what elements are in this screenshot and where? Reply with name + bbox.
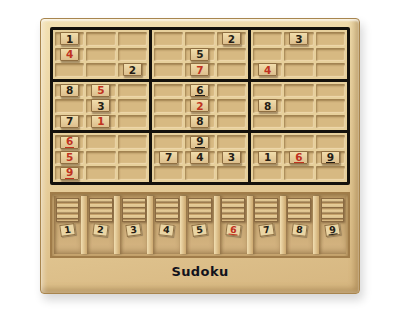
tile-number: 9	[326, 152, 335, 164]
tile-number: 9	[195, 136, 204, 148]
tray-number: 4	[163, 225, 171, 235]
number-tile-4[interactable]: 4	[60, 48, 79, 61]
tray-number: 5	[196, 225, 204, 235]
tray-slot-8[interactable]: 8	[286, 196, 313, 254]
cell-r8c6[interactable]: 3	[217, 151, 246, 165]
cell-r5c1[interactable]	[55, 99, 84, 113]
grid-box-4: 85371	[53, 82, 149, 131]
cell-r2c9[interactable]	[316, 48, 345, 62]
number-tile-4[interactable]: 4	[190, 151, 209, 164]
cell-r8c4[interactable]: 7	[154, 151, 183, 165]
cell-r6c7[interactable]	[253, 115, 282, 129]
cell-r7c8[interactable]	[284, 135, 313, 149]
cell-r7c7[interactable]	[253, 135, 282, 149]
tray-number: 2	[97, 225, 105, 235]
cell-r5c8[interactable]	[284, 99, 313, 113]
cell-r6c4[interactable]	[154, 115, 183, 129]
cell-r5c2[interactable]: 3	[86, 99, 115, 113]
grid-box-1: 142	[53, 30, 149, 79]
number-tile-6[interactable]: 6	[60, 136, 79, 149]
cell-r6c8[interactable]	[284, 115, 313, 129]
stack-number-face: 6	[225, 223, 241, 237]
tray-slot-5[interactable]: 5	[186, 196, 213, 254]
grid-box-9: 169	[251, 133, 347, 182]
cell-r5c6[interactable]	[217, 99, 246, 113]
tile-number: 8	[264, 101, 271, 112]
number-tile-1[interactable]: 1	[60, 32, 79, 45]
number-tile-2[interactable]: 2	[222, 32, 241, 45]
cell-r3c7[interactable]: 4	[253, 63, 282, 77]
tile-number: 2	[196, 101, 203, 112]
cell-r1c3[interactable]	[118, 32, 147, 46]
cell-r8c5[interactable]: 4	[185, 151, 214, 165]
tile-stack[interactable]	[188, 198, 212, 222]
cell-r4c3[interactable]	[118, 84, 147, 98]
number-tile-8[interactable]: 8	[60, 84, 79, 97]
cell-r5c5[interactable]: 2	[185, 99, 214, 113]
tray-slot-6[interactable]: 6	[220, 196, 247, 254]
tile-number: 3	[228, 152, 235, 163]
tile-stack[interactable]	[155, 198, 179, 222]
cell-r4c2[interactable]: 5	[86, 84, 115, 98]
cell-r3c5[interactable]: 7	[185, 63, 214, 77]
number-tile-6[interactable]: 6	[190, 84, 209, 97]
cell-r4c7[interactable]	[253, 84, 282, 98]
cell-r9c4[interactable]	[154, 166, 183, 180]
cell-r3c8[interactable]	[284, 63, 313, 77]
number-tile-9[interactable]: 9	[190, 136, 209, 149]
cell-r7c1[interactable]: 6	[55, 135, 84, 149]
tile-number: 6	[195, 85, 204, 97]
tile-number: 5	[97, 85, 104, 96]
grid-box-8: 9743	[152, 133, 248, 182]
number-tile-9[interactable]: 9	[60, 167, 79, 180]
tray-number: 3	[130, 225, 138, 235]
tile-number: 1	[97, 116, 104, 127]
number-tile-1[interactable]: 1	[258, 151, 277, 164]
number-tile-8[interactable]: 8	[190, 115, 209, 128]
number-tile-2[interactable]: 2	[190, 99, 209, 112]
cell-r3c2[interactable]	[86, 63, 115, 77]
tray-number: 7	[262, 225, 270, 235]
number-tile-5[interactable]: 5	[60, 151, 79, 164]
tile-number: 7	[66, 116, 73, 127]
stack-number-face: 2	[92, 223, 108, 237]
tile-number: 6	[65, 136, 74, 148]
cell-r4c9[interactable]	[316, 84, 345, 98]
tile-number: 7	[165, 152, 172, 163]
cell-r1c8[interactable]: 3	[284, 32, 313, 46]
cell-r9c9[interactable]	[316, 166, 345, 180]
cell-r3c4[interactable]	[154, 63, 183, 77]
tile-stack[interactable]	[254, 198, 278, 222]
tile-stack[interactable]	[221, 198, 245, 222]
tile-number: 5	[196, 49, 203, 60]
tile-number: 1	[66, 34, 73, 45]
tile-number: 7	[196, 65, 203, 76]
cell-r2c3[interactable]	[118, 48, 147, 62]
grid-box-6: 8	[251, 82, 347, 131]
cell-r2c4[interactable]	[154, 48, 183, 62]
cell-r1c9[interactable]	[316, 32, 345, 46]
cell-r3c6[interactable]	[217, 63, 246, 77]
cell-r4c6[interactable]	[217, 84, 246, 98]
number-tile-7[interactable]: 7	[159, 151, 178, 164]
cell-r8c7[interactable]: 1	[253, 151, 282, 165]
tile-number: 3	[97, 101, 104, 112]
number-tile-3[interactable]: 3	[91, 99, 110, 112]
stack-number-face: 1	[59, 223, 76, 237]
grid-box-3: 34	[251, 30, 347, 79]
grid-box-5: 628	[152, 82, 248, 131]
tile-stack[interactable]	[89, 198, 113, 222]
tile-number: 6	[294, 152, 303, 164]
tray-slot-4[interactable]: 4	[153, 196, 180, 254]
cell-r8c9[interactable]: 9	[316, 151, 345, 165]
cell-r3c1[interactable]	[55, 63, 84, 77]
cell-r8c2[interactable]	[86, 151, 115, 165]
tile-number: 8	[66, 85, 73, 96]
number-tile-6[interactable]: 6	[289, 151, 308, 164]
tile-number: 4	[66, 49, 73, 60]
number-tile-1[interactable]: 1	[91, 115, 110, 128]
tile-number: 5	[66, 152, 73, 163]
sudoku-board: 142257348537162886599743169 123456789 Su…	[40, 18, 360, 294]
cell-r9c2[interactable]	[86, 166, 115, 180]
tile-number: 8	[196, 116, 203, 127]
tile-number: 2	[228, 34, 235, 45]
cell-r7c2[interactable]	[86, 135, 115, 149]
tile-stack[interactable]	[56, 198, 80, 222]
tray-number: 8	[295, 225, 303, 235]
cell-r1c6[interactable]: 2	[217, 32, 246, 46]
number-tile-8[interactable]: 8	[258, 99, 277, 112]
cell-r2c1[interactable]: 4	[55, 48, 84, 62]
tray-slot-9[interactable]: 9	[319, 196, 346, 254]
number-tile-7[interactable]: 7	[190, 63, 209, 76]
tray-slot-1[interactable]: 1	[54, 196, 81, 254]
stack-number-face: 4	[159, 223, 175, 237]
cell-r7c3[interactable]	[118, 135, 147, 149]
cell-r9c6[interactable]	[217, 166, 246, 180]
cell-r3c9[interactable]	[316, 63, 345, 77]
stack-number-face: 8	[291, 223, 307, 237]
cell-r1c7[interactable]	[253, 32, 282, 46]
photo-background: 142257348537162886599743169 123456789 Su…	[0, 0, 400, 317]
cell-r9c1[interactable]: 9	[55, 166, 84, 180]
logo-band: Sudoku	[50, 258, 350, 284]
stack-number-face: 9	[324, 223, 341, 237]
cell-r4c1[interactable]: 8	[55, 84, 84, 98]
cell-r1c4[interactable]	[154, 32, 183, 46]
number-tile-5[interactable]: 5	[91, 84, 110, 97]
tile-stack[interactable]	[122, 198, 146, 222]
number-tile-3[interactable]: 3	[222, 151, 241, 164]
cell-r2c7[interactable]	[253, 48, 282, 62]
cell-r6c1[interactable]: 7	[55, 115, 84, 129]
cell-r6c6[interactable]	[217, 115, 246, 129]
cell-r1c1[interactable]: 1	[55, 32, 84, 46]
stack-number-face: 5	[192, 223, 209, 237]
cell-r3c3[interactable]: 2	[118, 63, 147, 77]
cell-r5c3[interactable]	[118, 99, 147, 113]
tray-number: 1	[64, 225, 72, 235]
grid-box-7: 659	[53, 133, 149, 182]
cell-r7c6[interactable]	[217, 135, 246, 149]
number-tile-7[interactable]: 7	[60, 115, 79, 128]
cell-r6c5[interactable]: 8	[185, 115, 214, 129]
cell-r2c8[interactable]	[284, 48, 313, 62]
cell-r6c2[interactable]: 1	[86, 115, 115, 129]
cell-r4c4[interactable]	[154, 84, 183, 98]
cell-r5c7[interactable]: 8	[253, 99, 282, 113]
stack-number-face: 3	[126, 223, 143, 237]
cell-r5c4[interactable]	[154, 99, 183, 113]
tile-number: 3	[295, 34, 302, 45]
number-tile-4[interactable]: 4	[258, 63, 277, 76]
cell-r6c9[interactable]	[316, 115, 345, 129]
cell-r8c1[interactable]: 5	[55, 151, 84, 165]
cell-r9c3[interactable]	[118, 166, 147, 180]
number-tile-5[interactable]: 5	[190, 48, 209, 61]
cell-r9c8[interactable]	[284, 166, 313, 180]
cell-r5c9[interactable]	[316, 99, 345, 113]
cell-r2c2[interactable]	[86, 48, 115, 62]
cell-r7c4[interactable]	[154, 135, 183, 149]
tile-tray: 123456789	[50, 192, 350, 258]
cell-r4c8[interactable]	[284, 84, 313, 98]
tile-number: 4	[264, 65, 271, 76]
tray-slot-7[interactable]: 7	[253, 196, 280, 254]
number-tile-3[interactable]: 3	[289, 32, 308, 45]
tray-number: 6	[228, 224, 238, 235]
cell-r8c8[interactable]: 6	[284, 151, 313, 165]
cell-r1c2[interactable]	[86, 32, 115, 46]
cell-r7c9[interactable]	[316, 135, 345, 149]
cell-r2c6[interactable]	[217, 48, 246, 62]
cell-r9c5[interactable]	[185, 166, 214, 180]
tile-stack[interactable]	[287, 198, 311, 222]
cell-r4c5[interactable]: 6	[185, 84, 214, 98]
cell-r9c7[interactable]	[253, 166, 282, 180]
tile-number: 2	[129, 65, 136, 76]
cell-r7c5[interactable]: 9	[185, 135, 214, 149]
cell-r8c3[interactable]	[118, 151, 147, 165]
sudoku-grid: 142257348537162886599743169	[50, 27, 350, 185]
cell-r2c5[interactable]: 5	[185, 48, 214, 62]
tray-number: 9	[327, 224, 337, 236]
number-tile-2[interactable]: 2	[123, 63, 142, 76]
number-tile-9[interactable]: 9	[321, 151, 340, 164]
tray-slot-2[interactable]: 2	[87, 196, 114, 254]
tile-number: 9	[65, 167, 74, 179]
game-logo: Sudoku	[171, 264, 228, 279]
stack-number-face: 7	[258, 223, 275, 237]
tile-number: 1	[264, 152, 271, 163]
tray-slot-3[interactable]: 3	[120, 196, 147, 254]
tile-number: 4	[196, 152, 203, 163]
cell-r1c5[interactable]	[185, 32, 214, 46]
tile-stack[interactable]	[321, 198, 345, 222]
cell-r6c3[interactable]	[118, 115, 147, 129]
grid-box-2: 257	[152, 30, 248, 79]
